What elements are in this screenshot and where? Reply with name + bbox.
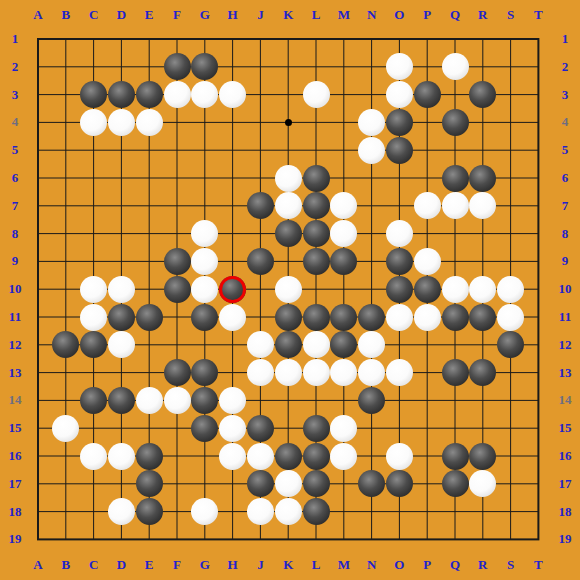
- col-label-top-R: R: [478, 7, 487, 23]
- white-stone-J12: [247, 331, 274, 358]
- white-stone-L12: [303, 331, 330, 358]
- black-stone-R11: [469, 304, 496, 331]
- col-label-top-M: M: [338, 7, 350, 23]
- col-label-bottom-Q: Q: [450, 557, 460, 573]
- black-stone-K8: [275, 220, 302, 247]
- black-stone-L18: [303, 498, 330, 525]
- col-label-bottom-O: O: [394, 557, 404, 573]
- row-label-right-15: 15: [559, 420, 572, 436]
- col-label-bottom-D: D: [117, 557, 126, 573]
- col-label-bottom-T: T: [534, 557, 543, 573]
- col-label-top-S: S: [507, 7, 514, 23]
- row-label-left-11: 11: [9, 309, 21, 325]
- row-label-right-7: 7: [562, 198, 569, 214]
- row-label-right-8: 8: [562, 226, 569, 242]
- col-label-bottom-J: J: [257, 557, 264, 573]
- black-stone-G11: [191, 304, 218, 331]
- col-label-top-J: J: [257, 7, 264, 23]
- row-label-right-9: 9: [562, 253, 569, 269]
- col-label-top-H: H: [228, 7, 238, 23]
- white-stone-O13: [386, 359, 413, 386]
- row-label-left-3: 3: [12, 87, 19, 103]
- col-label-bottom-A: A: [33, 557, 42, 573]
- col-label-bottom-E: E: [145, 557, 154, 573]
- black-stone-J17: [247, 470, 274, 497]
- black-stone-F10: [164, 276, 191, 303]
- col-label-top-C: C: [89, 7, 98, 23]
- black-stone-J7: [247, 192, 274, 219]
- black-stone-M11: [330, 304, 357, 331]
- row-label-left-2: 2: [12, 59, 19, 75]
- row-label-left-10: 10: [9, 281, 22, 297]
- star-point-K4: [285, 119, 292, 126]
- col-label-bottom-R: R: [478, 557, 487, 573]
- white-stone-E14: [136, 387, 163, 414]
- col-label-top-E: E: [145, 7, 154, 23]
- row-label-right-11: 11: [559, 309, 571, 325]
- black-stone-J15: [247, 415, 274, 442]
- row-label-right-16: 16: [559, 448, 572, 464]
- white-stone-C10: [80, 276, 107, 303]
- black-stone-C14: [80, 387, 107, 414]
- row-label-right-10: 10: [559, 281, 572, 297]
- black-stone-F13: [164, 359, 191, 386]
- black-stone-L6: [303, 165, 330, 192]
- row-label-left-8: 8: [12, 226, 19, 242]
- black-stone-O17: [386, 470, 413, 497]
- col-label-top-O: O: [394, 7, 404, 23]
- white-stone-D10: [108, 276, 135, 303]
- black-stone-O5: [386, 137, 413, 164]
- white-stone-M15: [330, 415, 357, 442]
- white-stone-F14: [164, 387, 191, 414]
- black-stone-L16: [303, 443, 330, 470]
- row-label-left-1: 1: [12, 31, 19, 47]
- black-stone-D14: [108, 387, 135, 414]
- col-label-bottom-S: S: [507, 557, 514, 573]
- white-stone-Q7: [442, 192, 469, 219]
- col-label-top-N: N: [367, 7, 376, 23]
- col-label-bottom-P: P: [423, 557, 431, 573]
- black-stone-L15: [303, 415, 330, 442]
- black-stone-E11: [136, 304, 163, 331]
- black-stone-O4: [386, 109, 413, 136]
- row-label-right-2: 2: [562, 59, 569, 75]
- col-label-bottom-B: B: [61, 557, 70, 573]
- black-stone-G14: [191, 387, 218, 414]
- black-stone-O10: [386, 276, 413, 303]
- col-label-top-P: P: [423, 7, 431, 23]
- black-stone-D3: [108, 81, 135, 108]
- white-stone-P7: [414, 192, 441, 219]
- white-stone-S10: [497, 276, 524, 303]
- row-label-left-16: 16: [9, 448, 22, 464]
- row-label-right-14: 14: [559, 392, 572, 408]
- white-stone-Q2: [442, 53, 469, 80]
- col-label-bottom-H: H: [228, 557, 238, 573]
- white-stone-J13: [247, 359, 274, 386]
- white-stone-K10: [275, 276, 302, 303]
- row-label-right-3: 3: [562, 87, 569, 103]
- col-label-top-A: A: [33, 7, 42, 23]
- white-stone-O11: [386, 304, 413, 331]
- white-stone-H11: [219, 304, 246, 331]
- black-stone-N14: [358, 387, 385, 414]
- row-label-left-14: 14: [9, 392, 22, 408]
- row-label-left-17: 17: [9, 476, 22, 492]
- white-stone-G9: [191, 248, 218, 275]
- black-stone-L17: [303, 470, 330, 497]
- white-stone-N4: [358, 109, 385, 136]
- white-stone-C16: [80, 443, 107, 470]
- black-stone-K11: [275, 304, 302, 331]
- black-stone-Q13: [442, 359, 469, 386]
- row-label-right-6: 6: [562, 170, 569, 186]
- white-stone-H14: [219, 387, 246, 414]
- black-stone-R16: [469, 443, 496, 470]
- white-stone-H16: [219, 443, 246, 470]
- black-stone-P10: [414, 276, 441, 303]
- col-label-top-F: F: [173, 7, 181, 23]
- row-label-right-13: 13: [559, 365, 572, 381]
- row-label-right-1: 1: [562, 31, 569, 47]
- black-stone-L9: [303, 248, 330, 275]
- row-label-left-6: 6: [12, 170, 19, 186]
- white-stone-L3: [303, 81, 330, 108]
- col-label-top-K: K: [283, 7, 293, 23]
- black-stone-K16: [275, 443, 302, 470]
- white-stone-O16: [386, 443, 413, 470]
- black-stone-D11: [108, 304, 135, 331]
- white-stone-O3: [386, 81, 413, 108]
- row-label-left-9: 9: [12, 253, 19, 269]
- go-board-screen: AABBCCDDEEFFGGHHJJKKLLMMNNOOPPQQRRSSTT11…: [0, 0, 580, 580]
- white-stone-K17: [275, 470, 302, 497]
- row-label-left-7: 7: [12, 198, 19, 214]
- white-stone-K7: [275, 192, 302, 219]
- black-stone-C3: [80, 81, 107, 108]
- col-label-top-B: B: [61, 7, 70, 23]
- col-label-bottom-K: K: [283, 557, 293, 573]
- row-label-left-19: 19: [9, 531, 22, 547]
- white-stone-P11: [414, 304, 441, 331]
- col-label-bottom-G: G: [200, 557, 210, 573]
- col-label-top-T: T: [534, 7, 543, 23]
- col-label-top-D: D: [117, 7, 126, 23]
- col-label-top-G: G: [200, 7, 210, 23]
- row-label-left-15: 15: [9, 420, 22, 436]
- row-label-right-12: 12: [559, 337, 572, 353]
- col-label-bottom-C: C: [89, 557, 98, 573]
- white-stone-L13: [303, 359, 330, 386]
- white-stone-B15: [52, 415, 79, 442]
- white-stone-K6: [275, 165, 302, 192]
- white-stone-K18: [275, 498, 302, 525]
- white-stone-F3: [164, 81, 191, 108]
- white-stone-H15: [219, 415, 246, 442]
- black-stone-M9: [330, 248, 357, 275]
- black-stone-E16: [136, 443, 163, 470]
- black-stone-F9: [164, 248, 191, 275]
- black-stone-L8: [303, 220, 330, 247]
- black-stone-E18: [136, 498, 163, 525]
- black-stone-R6: [469, 165, 496, 192]
- black-stone-J9: [247, 248, 274, 275]
- col-label-bottom-M: M: [338, 557, 350, 573]
- white-stone-Q10: [442, 276, 469, 303]
- white-stone-D4: [108, 109, 135, 136]
- row-label-right-18: 18: [559, 504, 572, 520]
- col-label-bottom-N: N: [367, 557, 376, 573]
- black-stone-Q17: [442, 470, 469, 497]
- row-label-left-13: 13: [9, 365, 22, 381]
- white-stone-K13: [275, 359, 302, 386]
- black-stone-O9: [386, 248, 413, 275]
- row-label-right-5: 5: [562, 142, 569, 158]
- white-stone-N13: [358, 359, 385, 386]
- row-label-right-17: 17: [559, 476, 572, 492]
- white-stone-J18: [247, 498, 274, 525]
- white-stone-O2: [386, 53, 413, 80]
- black-stone-Q4: [442, 109, 469, 136]
- white-stone-G10: [191, 276, 218, 303]
- black-stone-E3: [136, 81, 163, 108]
- last-move-marker: [219, 276, 246, 303]
- black-stone-F2: [164, 53, 191, 80]
- col-label-bottom-F: F: [173, 557, 181, 573]
- white-stone-S11: [497, 304, 524, 331]
- row-label-right-19: 19: [559, 531, 572, 547]
- black-stone-Q11: [442, 304, 469, 331]
- black-stone-Q6: [442, 165, 469, 192]
- black-stone-K12: [275, 331, 302, 358]
- row-label-left-12: 12: [9, 337, 22, 353]
- white-stone-R10: [469, 276, 496, 303]
- white-stone-D16: [108, 443, 135, 470]
- white-stone-C11: [80, 304, 107, 331]
- black-stone-G15: [191, 415, 218, 442]
- white-stone-C4: [80, 109, 107, 136]
- row-label-right-4: 4: [562, 114, 569, 130]
- black-stone-L11: [303, 304, 330, 331]
- black-stone-N11: [358, 304, 385, 331]
- black-stone-L7: [303, 192, 330, 219]
- white-stone-P9: [414, 248, 441, 275]
- white-stone-N5: [358, 137, 385, 164]
- white-stone-J16: [247, 443, 274, 470]
- col-label-top-L: L: [312, 7, 321, 23]
- go-board[interactable]: AABBCCDDEEFFGGHHJJKKLLMMNNOOPPQQRRSSTT11…: [0, 0, 580, 580]
- col-label-bottom-L: L: [312, 557, 321, 573]
- col-label-top-Q: Q: [450, 7, 460, 23]
- white-stone-D12: [108, 331, 135, 358]
- row-label-left-5: 5: [12, 142, 19, 158]
- row-label-left-4: 4: [12, 114, 19, 130]
- row-label-left-18: 18: [9, 504, 22, 520]
- white-stone-D18: [108, 498, 135, 525]
- white-stone-O8: [386, 220, 413, 247]
- white-stone-E4: [136, 109, 163, 136]
- black-stone-Q16: [442, 443, 469, 470]
- black-stone-E17: [136, 470, 163, 497]
- white-stone-M16: [330, 443, 357, 470]
- white-stone-H3: [219, 81, 246, 108]
- black-stone-P3: [414, 81, 441, 108]
